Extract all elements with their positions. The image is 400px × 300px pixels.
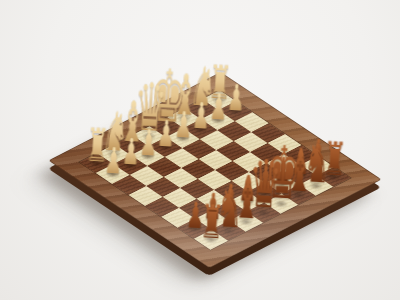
- chessboard-render: ♜♟♟♜♞♟♟♞♝♟♟♝♚♟♟♚♛♟♟♛♝♟♟♝♞♟♟♞♜♟♟♜: [0, 0, 400, 300]
- white-pawn-icon: ♟: [80, 141, 148, 181]
- square-a8[interactable]: ♜: [194, 230, 228, 250]
- black-rook-icon: ♜: [178, 197, 247, 247]
- chess-board: ♜♟♟♜♞♟♟♞♝♟♟♝♚♟♟♚♛♟♟♛♝♟♟♝♞♟♟♞♜♟♟♜: [48, 72, 381, 268]
